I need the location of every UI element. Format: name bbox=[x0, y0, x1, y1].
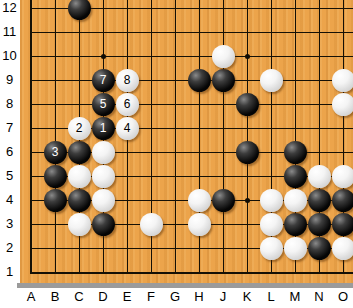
star-point bbox=[101, 54, 106, 59]
black-stone-B6[interactable]: 3 bbox=[44, 141, 67, 164]
black-stone-C4[interactable] bbox=[68, 189, 91, 212]
star-point bbox=[245, 54, 250, 59]
column-label: H bbox=[189, 289, 209, 305]
black-stone-D8[interactable]: 5 bbox=[92, 93, 115, 116]
column-label: M bbox=[285, 289, 305, 305]
column-label: B bbox=[45, 289, 65, 305]
row-label: 5 bbox=[0, 168, 19, 184]
white-stone-E8[interactable]: 6 bbox=[116, 93, 139, 116]
column-label: F bbox=[141, 289, 161, 305]
white-stone-H4[interactable] bbox=[188, 189, 211, 212]
grid-line-horizontal bbox=[30, 104, 353, 105]
black-stone-B5[interactable] bbox=[44, 165, 67, 188]
black-stone-C12[interactable] bbox=[68, 0, 91, 20]
column-label: O bbox=[333, 289, 353, 305]
white-stone-J10[interactable] bbox=[212, 45, 235, 68]
black-stone-J4[interactable] bbox=[212, 189, 235, 212]
grid-line-horizontal bbox=[30, 56, 353, 57]
black-stone-N3[interactable] bbox=[308, 213, 331, 236]
column-label: E bbox=[117, 289, 137, 305]
black-stone-D3[interactable] bbox=[92, 213, 115, 236]
move-number: 3 bbox=[52, 146, 59, 158]
white-stone-O8[interactable] bbox=[332, 93, 353, 116]
white-stone-C7[interactable]: 2 bbox=[68, 117, 91, 140]
row-label: 8 bbox=[0, 96, 19, 112]
row-label: 6 bbox=[0, 144, 19, 160]
white-stone-L9[interactable] bbox=[260, 69, 283, 92]
white-stone-M4[interactable] bbox=[284, 189, 307, 212]
white-stone-O5[interactable] bbox=[332, 165, 353, 188]
black-stone-C6[interactable] bbox=[68, 141, 91, 164]
column-label: J bbox=[213, 289, 233, 305]
black-stone-M3[interactable] bbox=[284, 213, 307, 236]
black-stone-J9[interactable] bbox=[212, 69, 235, 92]
white-stone-H3[interactable] bbox=[188, 213, 211, 236]
grid-line-vertical bbox=[223, 0, 224, 274]
black-stone-M6[interactable] bbox=[284, 141, 307, 164]
row-label: 11 bbox=[0, 24, 19, 40]
grid-line-vertical bbox=[30, 0, 32, 274]
white-stone-D6[interactable] bbox=[92, 141, 115, 164]
black-stone-N2[interactable] bbox=[308, 237, 331, 260]
move-number: 5 bbox=[100, 98, 107, 110]
column-label: L bbox=[261, 289, 281, 305]
black-stone-H9[interactable] bbox=[188, 69, 211, 92]
column-label: N bbox=[309, 289, 329, 305]
white-stone-M2[interactable] bbox=[284, 237, 307, 260]
row-label: 4 bbox=[0, 192, 19, 208]
white-stone-D5[interactable] bbox=[92, 165, 115, 188]
white-stone-L4[interactable] bbox=[260, 189, 283, 212]
row-label: 7 bbox=[0, 120, 19, 136]
grid-line-vertical bbox=[247, 0, 248, 274]
white-stone-L3[interactable] bbox=[260, 213, 283, 236]
move-number: 4 bbox=[124, 122, 131, 134]
board-edge-shadow bbox=[17, 283, 353, 288]
column-label: G bbox=[165, 289, 185, 305]
black-stone-K8[interactable] bbox=[236, 93, 259, 116]
black-stone-D7[interactable]: 1 bbox=[92, 117, 115, 140]
row-label: 10 bbox=[0, 48, 19, 64]
go-board-diagram: 121110987654321ABCDEFGHJKLMNO 75138624 bbox=[0, 0, 353, 308]
column-label: K bbox=[237, 289, 257, 305]
black-stone-M5[interactable] bbox=[284, 165, 307, 188]
white-stone-F3[interactable] bbox=[140, 213, 163, 236]
white-stone-L2[interactable] bbox=[260, 237, 283, 260]
column-label: D bbox=[93, 289, 113, 305]
white-stone-E9[interactable]: 8 bbox=[116, 69, 139, 92]
grid-line-horizontal bbox=[30, 32, 353, 33]
grid-line-vertical bbox=[175, 0, 176, 274]
move-number: 6 bbox=[124, 98, 131, 110]
black-stone-B4[interactable] bbox=[44, 189, 67, 212]
row-label: 12 bbox=[0, 0, 19, 16]
black-stone-D9[interactable]: 7 bbox=[92, 69, 115, 92]
white-stone-D4[interactable] bbox=[92, 189, 115, 212]
grid-line-horizontal bbox=[30, 272, 353, 274]
white-stone-O2[interactable] bbox=[332, 237, 353, 260]
move-number: 2 bbox=[76, 122, 83, 134]
column-label: A bbox=[21, 289, 41, 305]
black-stone-K6[interactable] bbox=[236, 141, 259, 164]
white-stone-C3[interactable] bbox=[68, 213, 91, 236]
row-label: 9 bbox=[0, 72, 19, 88]
column-label: C bbox=[69, 289, 89, 305]
star-point bbox=[245, 198, 250, 203]
black-stone-O3[interactable] bbox=[332, 213, 353, 236]
row-label: 3 bbox=[0, 216, 19, 232]
grid-line-vertical bbox=[55, 0, 56, 274]
move-number: 7 bbox=[100, 74, 107, 86]
row-label: 2 bbox=[0, 240, 19, 256]
white-stone-C5[interactable] bbox=[68, 165, 91, 188]
white-stone-N5[interactable] bbox=[308, 165, 331, 188]
move-number: 8 bbox=[124, 74, 131, 86]
move-number: 1 bbox=[100, 122, 107, 134]
black-stone-O4[interactable] bbox=[332, 189, 353, 212]
white-stone-E7[interactable]: 4 bbox=[116, 117, 139, 140]
black-stone-N4[interactable] bbox=[308, 189, 331, 212]
white-stone-O9[interactable] bbox=[332, 69, 353, 92]
row-label: 1 bbox=[0, 264, 19, 280]
